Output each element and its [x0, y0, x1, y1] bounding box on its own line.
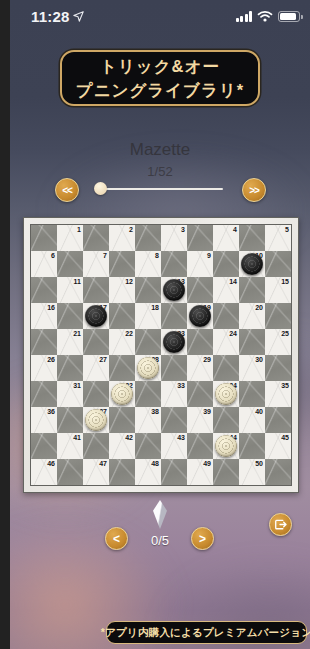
- board-dark-square: [135, 277, 161, 303]
- board-dark-square: [213, 355, 239, 381]
- square-number: 30: [255, 356, 263, 364]
- board-dark-square: [239, 277, 265, 303]
- board-square-35[interactable]: 35: [265, 381, 291, 407]
- puzzle-slider-thumb[interactable]: [94, 182, 107, 195]
- square-number: 27: [99, 356, 107, 364]
- board-square-40[interactable]: 40: [239, 407, 265, 433]
- board-square-2[interactable]: 2: [109, 225, 135, 251]
- board-dark-square: [83, 225, 109, 251]
- square-number: 22: [125, 330, 133, 338]
- board-square-27[interactable]: 27: [83, 355, 109, 381]
- board-dark-square: [31, 381, 57, 407]
- board-square-36[interactable]: 36: [31, 407, 57, 433]
- board-dark-square: [57, 407, 83, 433]
- board-square-7[interactable]: 7: [83, 251, 109, 277]
- board-dark-square: [187, 277, 213, 303]
- board-square-37[interactable]: 37: [83, 407, 109, 433]
- board-dark-square: [109, 407, 135, 433]
- white-man-28[interactable]: [137, 357, 159, 379]
- square-number: 14: [229, 278, 237, 286]
- prev-puzzle-button[interactable]: <<: [55, 178, 79, 202]
- square-number: 33: [177, 382, 185, 390]
- square-number: 49: [203, 460, 211, 468]
- premium-note-banner: *アプリ内購入によるプレミアムバージョン: [106, 621, 307, 644]
- board-dark-square: [239, 381, 265, 407]
- board-square-8[interactable]: 8: [135, 251, 161, 277]
- location-arrow-icon: [73, 11, 84, 22]
- square-number: 16: [47, 304, 55, 312]
- board-dark-square: [265, 355, 291, 381]
- board-square-3[interactable]: 3: [161, 225, 187, 251]
- square-number: 4: [233, 226, 237, 234]
- board-dark-square: [213, 303, 239, 329]
- white-man-34[interactable]: [215, 383, 237, 405]
- board-dark-square: [213, 459, 239, 485]
- board-square-24[interactable]: 24: [213, 329, 239, 355]
- square-number: 9: [207, 252, 211, 260]
- board-dark-square: [187, 225, 213, 251]
- square-number: 29: [203, 356, 211, 364]
- board-dark-square: [187, 381, 213, 407]
- square-number: 48: [151, 460, 159, 468]
- board-square-4[interactable]: 4: [213, 225, 239, 251]
- board-dark-square: [161, 459, 187, 485]
- next-move-button[interactable]: >: [191, 527, 214, 550]
- battery-icon: [278, 11, 300, 22]
- square-number: 7: [103, 252, 107, 260]
- square-number: 41: [73, 434, 81, 442]
- board-square-31[interactable]: 31: [57, 381, 83, 407]
- black-man-19[interactable]: [189, 305, 211, 327]
- board-dark-square: [83, 329, 109, 355]
- board-dark-square: [161, 407, 187, 433]
- exit-icon: [273, 517, 288, 532]
- board-square-25[interactable]: 25: [265, 329, 291, 355]
- wifi-icon: [257, 10, 273, 22]
- title-banner: トリック&オー プニングライブラリ*: [60, 50, 260, 106]
- black-man-10[interactable]: [241, 253, 263, 275]
- board-dark-square: [239, 225, 265, 251]
- board-dark-square: [213, 407, 239, 433]
- board-square-41[interactable]: 41: [57, 433, 83, 459]
- board-dark-square: [83, 433, 109, 459]
- board-dark-square: [265, 407, 291, 433]
- next-puzzle-button[interactable]: >>: [242, 178, 266, 202]
- board-dark-square: [109, 251, 135, 277]
- app-screen: 11:28 トリック&オー プニングライブラリ* Mazette 1/52 <<…: [10, 0, 310, 649]
- board-square-33[interactable]: 33: [161, 381, 187, 407]
- board-square-6[interactable]: 6: [31, 251, 57, 277]
- board-dark-square: [161, 303, 187, 329]
- board-square-38[interactable]: 38: [135, 407, 161, 433]
- board-dark-square: [161, 355, 187, 381]
- board-square-5[interactable]: 5: [265, 225, 291, 251]
- square-number: 45: [281, 434, 289, 442]
- board-square-30[interactable]: 30: [239, 355, 265, 381]
- turn-marker: [153, 500, 167, 529]
- square-number: 26: [47, 356, 55, 364]
- puzzle-name: Mazette: [10, 140, 310, 160]
- square-number: 42: [125, 434, 133, 442]
- square-number: 39: [203, 408, 211, 416]
- board-dark-square: [135, 225, 161, 251]
- white-man-44[interactable]: [215, 435, 237, 457]
- move-counter: 0/5: [130, 533, 190, 548]
- board-dark-square: [57, 303, 83, 329]
- board-dark-square: [83, 381, 109, 407]
- square-number: 15: [281, 278, 289, 286]
- board-square-22[interactable]: 22: [109, 329, 135, 355]
- board-square-49[interactable]: 49: [187, 459, 213, 485]
- square-number: 35: [281, 382, 289, 390]
- puzzle-slider-track[interactable]: [95, 188, 223, 190]
- board-dark-square: [265, 459, 291, 485]
- board-square-14[interactable]: 14: [213, 277, 239, 303]
- board-square-16[interactable]: 16: [31, 303, 57, 329]
- board-square-50[interactable]: 50: [239, 459, 265, 485]
- title-line1: トリック&オー: [100, 54, 220, 78]
- board-square-1[interactable]: 1: [57, 225, 83, 251]
- board-square-32[interactable]: 32: [109, 381, 135, 407]
- exit-button[interactable]: [269, 513, 292, 536]
- board-square-20[interactable]: 20: [239, 303, 265, 329]
- board-dark-square: [187, 433, 213, 459]
- white-man-37[interactable]: [85, 409, 107, 431]
- square-number: 46: [47, 460, 55, 468]
- board-square-43[interactable]: 43: [161, 433, 187, 459]
- square-number: 2: [129, 226, 133, 234]
- board-square-18[interactable]: 18: [135, 303, 161, 329]
- square-number: 1: [77, 226, 81, 234]
- square-number: 40: [255, 408, 263, 416]
- board-square-42[interactable]: 42: [109, 433, 135, 459]
- board-dark-square: [83, 277, 109, 303]
- board-dark-square: [135, 381, 161, 407]
- board-square-9[interactable]: 9: [187, 251, 213, 277]
- square-number: 12: [125, 278, 133, 286]
- square-number: 36: [47, 408, 55, 416]
- board-square-26[interactable]: 26: [31, 355, 57, 381]
- board-dark-square: [213, 251, 239, 277]
- board-square-47[interactable]: 47: [83, 459, 109, 485]
- board-square-46[interactable]: 46: [31, 459, 57, 485]
- board-dark-square: [265, 303, 291, 329]
- board-square-29[interactable]: 29: [187, 355, 213, 381]
- board-dark-square: [31, 225, 57, 251]
- board-dark-square: [31, 277, 57, 303]
- square-number: 43: [177, 434, 185, 442]
- square-number: 5: [285, 226, 289, 234]
- board-dark-square: [239, 433, 265, 459]
- square-number: 6: [51, 252, 55, 260]
- board-square-11[interactable]: 11: [57, 277, 83, 303]
- board-square-34[interactable]: 34: [213, 381, 239, 407]
- board-square-13[interactable]: 13: [161, 277, 187, 303]
- board-square-23[interactable]: 23: [161, 329, 187, 355]
- board-grid: 1234567891011121314151617181920212223242…: [30, 224, 292, 486]
- puzzle-counter: 1/52: [10, 164, 310, 179]
- status-bar: 11:28: [10, 0, 310, 32]
- board-square-12[interactable]: 12: [109, 277, 135, 303]
- board-square-21[interactable]: 21: [57, 329, 83, 355]
- square-number: 21: [73, 330, 81, 338]
- square-number: 18: [151, 304, 159, 312]
- board-square-10[interactable]: 10: [239, 251, 265, 277]
- square-number: 24: [229, 330, 237, 338]
- board-dark-square: [239, 329, 265, 355]
- board-dark-square: [161, 251, 187, 277]
- clock: 11:28: [31, 8, 70, 25]
- board-square-45[interactable]: 45: [265, 433, 291, 459]
- white-man-32[interactable]: [111, 383, 133, 405]
- board-dark-square: [187, 329, 213, 355]
- title-line2: プニングライブラリ*: [76, 78, 244, 102]
- square-number: 47: [99, 460, 107, 468]
- board-square-28[interactable]: 28: [135, 355, 161, 381]
- black-man-13[interactable]: [163, 279, 185, 301]
- signal-icon: [236, 11, 253, 22]
- board-dark-square: [109, 355, 135, 381]
- board-square-19[interactable]: 19: [187, 303, 213, 329]
- square-number: 3: [181, 226, 185, 234]
- board-square-39[interactable]: 39: [187, 407, 213, 433]
- square-number: 50: [255, 460, 263, 468]
- board-dark-square: [135, 433, 161, 459]
- square-number: 11: [74, 278, 81, 286]
- board-square-15[interactable]: 15: [265, 277, 291, 303]
- board-dark-square: [31, 329, 57, 355]
- black-man-23[interactable]: [163, 331, 185, 353]
- board-square-44[interactable]: 44: [213, 433, 239, 459]
- board-dark-square: [57, 355, 83, 381]
- board-dark-square: [135, 329, 161, 355]
- premium-note-text: *アプリ内購入によるプレミアムバージョン: [101, 626, 310, 640]
- prev-move-button[interactable]: <: [105, 527, 128, 550]
- square-number: 31: [73, 382, 81, 390]
- draughts-board: 1234567891011121314151617181920212223242…: [23, 217, 299, 493]
- board-dark-square: [57, 459, 83, 485]
- square-number: 25: [281, 330, 289, 338]
- board-dark-square: [109, 303, 135, 329]
- board-dark-square: [109, 459, 135, 485]
- square-number: 8: [155, 252, 159, 260]
- black-man-17[interactable]: [85, 305, 107, 327]
- square-number: 38: [151, 408, 159, 416]
- board-dark-square: [31, 433, 57, 459]
- board-square-48[interactable]: 48: [135, 459, 161, 485]
- board-dark-square: [57, 251, 83, 277]
- board-dark-square: [265, 251, 291, 277]
- board-square-17[interactable]: 17: [83, 303, 109, 329]
- square-number: 20: [255, 304, 263, 312]
